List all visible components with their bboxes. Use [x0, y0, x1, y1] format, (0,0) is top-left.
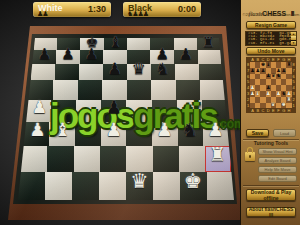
- mini-board-file-labels-bottom: ABCDEFGH: [246, 108, 296, 113]
- resign-game-button[interactable]: Resign Game: [246, 21, 296, 29]
- mini-board-rank-labels-right: 87654321: [292, 62, 296, 108]
- padlock-icon: [245, 152, 255, 161]
- mini-piece: ♝: [266, 62, 270, 67]
- about-flashchess-button[interactable]: About flashCHESS III: [246, 207, 296, 217]
- black-clock[interactable]: Black 0:00 ♞♟♟♟: [123, 2, 201, 17]
- black-knight[interactable]: ♞: [182, 121, 198, 139]
- mini-piece: ♞: [281, 91, 285, 96]
- mini-piece: ♟: [250, 91, 254, 96]
- white-pawn[interactable]: ♟: [156, 121, 172, 139]
- mini-piece: ♝: [256, 91, 260, 96]
- black-pawn[interactable]: ♟: [38, 47, 51, 62]
- mini-board[interactable]: ABCDEFGH 87654321 ♚♝♜♟♟♟♟♟♟♛♞♟♟♟♝♟♟♞♟♜♛♚…: [246, 57, 296, 113]
- black-rook[interactable]: ♜: [202, 35, 215, 49]
- move-list[interactable]: #13. f2-f3 g4-g3#14. Bb2xd4 e5xd4#15. Qc…: [245, 31, 297, 46]
- scroll-thumb[interactable]: [291, 36, 296, 40]
- tutoring-tools-title: Tutoring Tools: [241, 140, 300, 146]
- mini-piece: ♟: [250, 68, 254, 73]
- black-queen[interactable]: ♛: [132, 62, 146, 78]
- white-pawn[interactable]: ♟: [29, 121, 45, 139]
- divider: [243, 185, 299, 186]
- white-king[interactable]: ♚: [184, 171, 202, 192]
- move-list-rows: #13. f2-f3 g4-g3#14. Bb2xd4 e5xd4#15. Qc…: [246, 32, 296, 45]
- white-pawn[interactable]: ♟: [207, 121, 223, 139]
- white-pawn[interactable]: ♟: [32, 99, 48, 116]
- tutoring-button-show-visual-hint[interactable]: Show Visual Hint: [258, 148, 297, 155]
- undo-move-button[interactable]: Undo Move: [246, 47, 296, 55]
- black-captured-tray: ♞♟♟♟: [127, 10, 148, 18]
- black-bishop[interactable]: ♝: [109, 35, 122, 49]
- mini-piece: ♟: [281, 68, 285, 73]
- mini-piece: ♜: [287, 62, 291, 67]
- tutoring-button-analyze-board[interactable]: Analyze Board: [258, 157, 297, 164]
- download-play-offline-button[interactable]: Download & Play offline: [246, 189, 296, 201]
- mini-piece: ♛: [271, 74, 275, 79]
- mini-board-grid[interactable]: ♚♝♜♟♟♟♟♟♟♛♞♟♟♟♝♟♟♞♟♜♛♚: [250, 62, 292, 108]
- mini-square-h1[interactable]: [286, 103, 291, 109]
- save-button[interactable]: Save: [246, 129, 269, 137]
- load-button[interactable]: Load: [273, 129, 296, 137]
- mini-piece: ♟: [256, 68, 260, 73]
- black-pawn[interactable]: ♟: [106, 99, 122, 116]
- scroll-down-button[interactable]: ▼: [291, 41, 296, 45]
- black-clock-time: 0:00: [178, 4, 196, 14]
- mini-piece: ♟: [266, 74, 270, 79]
- black-pawn[interactable]: ♟: [85, 47, 98, 62]
- white-captured-tray: ♟♟: [37, 10, 48, 18]
- black-pawn[interactable]: ♟: [61, 47, 74, 62]
- mini-piece: ♟: [266, 91, 270, 96]
- white-pawn[interactable]: ♟: [105, 121, 121, 139]
- mini-piece: ♚: [281, 103, 285, 108]
- app-window: ♚♝♜♟♟♟♟♟♟♛♞♟♟♟♝♟♟♞♟♜♛♚ White 1:30 ♟♟ Bla…: [0, 0, 300, 225]
- mini-piece: ♟: [261, 68, 265, 73]
- flashchess-logo: flashCHESS III: [241, 2, 300, 20]
- white-rook[interactable]: ♜: [209, 145, 226, 164]
- white-bishop[interactable]: ♝: [55, 121, 71, 139]
- white-clock[interactable]: White 1:30 ♟♟: [33, 2, 111, 17]
- black-knight[interactable]: ♞: [156, 62, 170, 78]
- mini-piece: ♛: [271, 103, 275, 108]
- black-pawn[interactable]: ♟: [108, 62, 122, 78]
- black-pawn[interactable]: ♟: [179, 47, 192, 62]
- move-list-scrollbar[interactable]: ▲ ▼: [291, 32, 296, 45]
- tutoring-button-edit-board[interactable]: Edit Board: [258, 175, 297, 182]
- mini-piece: ♞: [276, 74, 280, 79]
- mini-piece: ♜: [287, 97, 291, 102]
- tutoring-button-help-me-move[interactable]: Help Me Move: [258, 166, 297, 173]
- side-panel: flashCHESS III ©2000-2008 MediaDivision.…: [240, 0, 300, 225]
- copyright-text: ©2000-2008 MediaDivision.com: [241, 12, 300, 17]
- mini-piece: ♟: [276, 91, 280, 96]
- white-queen[interactable]: ♛: [130, 171, 148, 192]
- white-clock-time: 1:30: [88, 4, 106, 14]
- coordinate-label: [292, 108, 296, 113]
- move-list-row[interactable]: #16. Rf1-e1 g3-g2: [246, 42, 296, 45]
- watermark-word2: gratis: [133, 96, 216, 135]
